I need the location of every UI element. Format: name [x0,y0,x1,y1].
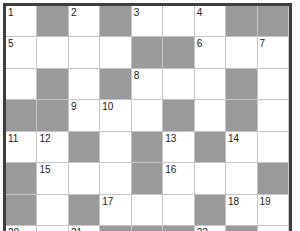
white-cell[interactable]: 20 [6,226,37,231]
white-cell[interactable]: 6 [195,37,226,68]
block-cell [37,100,68,131]
block-cell [258,6,289,37]
block-cell [69,195,100,226]
clue-number: 4 [197,7,203,18]
white-cell[interactable]: 8 [132,69,163,100]
block-cell [37,6,68,37]
clue-number: 5 [8,38,14,49]
block-cell [226,6,257,37]
white-cell[interactable] [226,163,257,194]
clue-number: 11 [8,133,18,144]
white-cell[interactable] [258,132,289,163]
clue-number: 14 [228,133,239,144]
block-cell [163,226,194,231]
block-cell [37,69,68,100]
clue-number: 21 [71,227,82,231]
white-cell[interactable]: 21 [69,226,100,231]
crossword-grid: 12345678910111213141516171819202122 [3,3,292,231]
white-cell[interactable] [100,132,131,163]
white-cell[interactable]: 18 [226,195,257,226]
white-cell[interactable]: 4 [195,6,226,37]
white-cell[interactable]: 14 [226,132,257,163]
white-cell[interactable]: 22 [195,226,226,231]
white-cell[interactable]: 10 [100,100,131,131]
white-cell[interactable] [132,195,163,226]
clue-number: 8 [134,70,140,81]
white-cell[interactable]: 3 [132,6,163,37]
white-cell[interactable] [100,163,131,194]
clue-number: 2 [71,7,77,18]
white-cell[interactable]: 17 [100,195,131,226]
clue-number: 1 [8,7,14,18]
clue-number: 12 [39,133,50,144]
block-cell [132,37,163,68]
block-cell [69,132,100,163]
clue-number: 13 [165,133,176,144]
white-cell[interactable]: 13 [163,132,194,163]
block-cell [6,195,37,226]
white-cell[interactable]: 7 [258,37,289,68]
block-cell [6,163,37,194]
white-cell[interactable] [258,226,289,231]
clue-number: 20 [8,227,19,231]
block-cell [195,132,226,163]
white-cell[interactable]: 11 [6,132,37,163]
white-cell[interactable] [37,37,68,68]
block-cell [100,226,131,231]
white-cell[interactable] [37,226,68,231]
white-cell[interactable] [37,195,68,226]
block-cell [226,100,257,131]
white-cell[interactable]: 2 [69,6,100,37]
clue-number: 18 [228,196,239,207]
white-cell[interactable] [195,100,226,131]
white-cell[interactable]: 19 [258,195,289,226]
block-cell [226,69,257,100]
white-cell[interactable] [163,6,194,37]
clue-number: 7 [260,38,266,49]
crossword-screenshot: 12345678910111213141516171819202122 [0,0,300,231]
block-cell [100,6,131,37]
white-cell[interactable] [258,69,289,100]
clue-number: 17 [102,196,113,207]
clue-number: 9 [71,101,77,112]
block-cell [132,132,163,163]
white-cell[interactable] [195,69,226,100]
white-cell[interactable] [195,163,226,194]
white-cell[interactable]: 15 [37,163,68,194]
block-cell [195,195,226,226]
white-cell[interactable]: 12 [37,132,68,163]
clue-number: 15 [39,164,50,175]
white-cell[interactable] [163,195,194,226]
white-cell[interactable]: 9 [69,100,100,131]
block-cell [226,226,257,231]
white-cell[interactable]: 16 [163,163,194,194]
white-cell[interactable] [226,37,257,68]
block-cell [6,100,37,131]
white-cell[interactable]: 1 [6,6,37,37]
white-cell[interactable]: 5 [6,37,37,68]
block-cell [258,163,289,194]
clue-number: 6 [197,38,203,49]
clue-number: 19 [260,196,271,207]
white-cell[interactable] [163,69,194,100]
white-cell[interactable] [258,100,289,131]
clue-number: 3 [134,7,140,18]
white-cell[interactable] [6,69,37,100]
white-cell[interactable] [69,163,100,194]
block-cell [163,37,194,68]
block-cell [132,163,163,194]
block-cell [132,226,163,231]
white-cell[interactable] [69,37,100,68]
clue-number: 16 [165,164,176,175]
white-cell[interactable] [100,37,131,68]
block-cell [100,69,131,100]
white-cell[interactable] [132,100,163,131]
clue-number: 22 [197,227,208,231]
clue-number: 10 [102,101,113,112]
block-cell [163,100,194,131]
white-cell[interactable] [69,69,100,100]
